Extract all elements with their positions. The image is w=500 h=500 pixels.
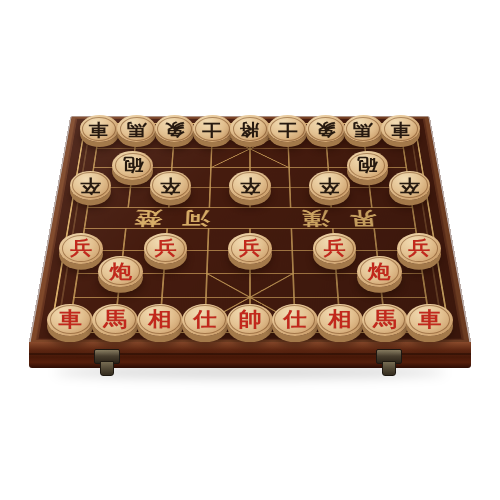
piece-black-將[interactable]: 將 xyxy=(230,115,269,142)
piece-red-馬[interactable]: 馬 xyxy=(92,304,139,337)
piece-red-兵[interactable]: 兵 xyxy=(397,233,441,264)
piece-red-馬[interactable]: 馬 xyxy=(362,304,409,337)
piece-red-相[interactable]: 相 xyxy=(137,304,184,337)
piece-black-士[interactable]: 士 xyxy=(268,115,307,142)
piece-red-帥[interactable]: 帥 xyxy=(227,304,274,337)
piece-red-炮[interactable]: 炮 xyxy=(98,256,143,287)
piece-red-仕[interactable]: 仕 xyxy=(182,304,229,337)
piece-black-車[interactable]: 車 xyxy=(381,115,420,142)
case-front-edge xyxy=(29,342,471,368)
piece-black-卒[interactable]: 卒 xyxy=(70,171,111,200)
piece-black-卒[interactable]: 卒 xyxy=(389,171,430,200)
piece-red-兵[interactable]: 兵 xyxy=(313,233,357,264)
piece-black-士[interactable]: 士 xyxy=(193,115,232,142)
piece-red-仕[interactable]: 仕 xyxy=(272,304,319,337)
latch-left xyxy=(94,349,120,364)
piece-black-象[interactable]: 象 xyxy=(306,115,345,142)
piece-red-炮[interactable]: 炮 xyxy=(357,256,402,287)
piece-black-象[interactable]: 象 xyxy=(155,115,194,142)
piece-black-卒[interactable]: 卒 xyxy=(150,171,191,200)
piece-black-卒[interactable]: 卒 xyxy=(229,171,270,200)
piece-red-兵[interactable]: 兵 xyxy=(228,233,272,264)
piece-red-相[interactable]: 相 xyxy=(317,304,364,337)
piece-red-兵[interactable]: 兵 xyxy=(144,233,188,264)
piece-black-車[interactable]: 車 xyxy=(80,115,119,142)
piece-black-砲[interactable]: 砲 xyxy=(112,151,153,180)
piece-red-車[interactable]: 車 xyxy=(406,304,453,337)
piece-black-馬[interactable]: 馬 xyxy=(117,115,156,142)
pieces-layer: 車馬象士將士象馬車砲砲卒卒卒卒卒兵兵兵兵兵炮炮車馬相仕帥仕相馬車 xyxy=(0,0,500,500)
floor-shadow xyxy=(55,366,445,378)
piece-black-卒[interactable]: 卒 xyxy=(309,171,350,200)
piece-black-馬[interactable]: 馬 xyxy=(344,115,383,142)
latch-right xyxy=(376,349,402,364)
piece-black-砲[interactable]: 砲 xyxy=(347,151,388,180)
scene: 楚河 漢界 車馬象士將士象馬車砲砲卒卒卒卒卒兵兵兵兵兵炮炮車馬相仕帥仕相馬車 xyxy=(0,0,500,500)
piece-red-兵[interactable]: 兵 xyxy=(59,233,103,264)
piece-red-車[interactable]: 車 xyxy=(47,304,94,337)
